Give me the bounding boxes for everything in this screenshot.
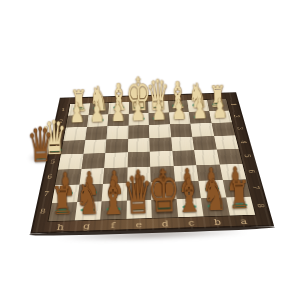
square-g7[interactable] (77, 184, 103, 202)
square-e6[interactable] (127, 166, 151, 183)
square-e3[interactable] (128, 125, 149, 139)
square-e1[interactable] (128, 102, 148, 114)
square-h3[interactable] (63, 127, 86, 141)
square-b3[interactable] (190, 123, 213, 136)
square-d3[interactable] (149, 124, 171, 138)
rank-label-right-5: 5 (235, 151, 260, 161)
square-g6[interactable] (79, 168, 104, 185)
rank-label-left-1: 1 (56, 104, 70, 116)
chess-board: hgfedcba 12345678 12345678 (30, 92, 274, 234)
square-f5[interactable] (104, 152, 127, 168)
square-f6[interactable] (103, 167, 127, 184)
square-b2[interactable] (189, 111, 211, 124)
square-d4[interactable] (149, 137, 172, 151)
rank-label-left-6: 6 (41, 169, 58, 185)
square-d6[interactable] (150, 166, 174, 183)
file-label-b: b (204, 216, 232, 227)
file-label-c: c (178, 217, 205, 228)
square-h1[interactable] (68, 103, 90, 115)
square-f7[interactable] (102, 183, 127, 201)
rank-label-left-3: 3 (50, 128, 65, 141)
square-c8[interactable] (176, 198, 203, 217)
square-g1[interactable] (88, 103, 109, 115)
square-h7[interactable] (52, 185, 79, 203)
square-f2[interactable] (107, 113, 128, 126)
rank-label-right-2: 2 (226, 112, 248, 120)
file-label-d: d (152, 218, 179, 229)
square-h8[interactable] (48, 202, 76, 221)
file-label-a: a (229, 215, 257, 226)
rank-label-right-1: 1 (223, 101, 245, 108)
square-c5[interactable] (172, 150, 196, 165)
square-h5[interactable] (58, 154, 83, 170)
square-g4[interactable] (83, 139, 106, 154)
square-h2[interactable] (66, 115, 88, 128)
rank-label-left-4: 4 (47, 141, 63, 155)
file-label-g: g (73, 220, 100, 231)
square-c3[interactable] (170, 124, 193, 138)
square-c1[interactable] (168, 100, 189, 112)
square-d8[interactable] (151, 199, 177, 218)
square-g2[interactable] (87, 114, 109, 127)
square-b8[interactable] (201, 197, 229, 216)
square-e2[interactable] (128, 113, 149, 126)
rank-label-right-4: 4 (232, 137, 256, 146)
board-squares (48, 99, 255, 221)
square-b5[interactable] (194, 150, 219, 165)
square-b7[interactable] (198, 180, 225, 198)
square-c7[interactable] (175, 181, 201, 199)
square-b6[interactable] (196, 164, 222, 181)
square-g3[interactable] (85, 126, 107, 140)
rank-label-right-3: 3 (228, 124, 251, 132)
square-b1[interactable] (187, 100, 209, 112)
square-d1[interactable] (148, 101, 168, 113)
rank-label-left-2: 2 (53, 115, 68, 128)
square-c2[interactable] (169, 112, 191, 125)
square-g8[interactable] (74, 201, 101, 220)
chess-set-photo: hgfedcba 12345678 12345678 ♜♞♝♛♚♝♞♜♟♟♟♟♟… (0, 0, 300, 300)
square-d5[interactable] (150, 151, 173, 166)
square-h4[interactable] (61, 140, 85, 155)
square-g5[interactable] (81, 153, 105, 169)
square-e5[interactable] (127, 152, 150, 168)
square-f1[interactable] (108, 102, 128, 114)
square-b4[interactable] (192, 136, 216, 150)
square-e4[interactable] (128, 138, 150, 152)
rank-label-right-6: 6 (238, 166, 264, 176)
square-f3[interactable] (106, 126, 128, 140)
square-f4[interactable] (105, 138, 128, 153)
rank-label-right-8: 8 (246, 199, 274, 211)
file-label-h: h (46, 221, 74, 232)
square-h6[interactable] (55, 169, 81, 186)
square-c4[interactable] (171, 136, 194, 150)
square-d7[interactable] (151, 182, 176, 200)
square-c6[interactable] (173, 165, 198, 182)
square-e7[interactable] (126, 182, 151, 200)
rank-label-left-5: 5 (44, 154, 61, 169)
file-label-f: f (99, 220, 126, 231)
square-d2[interactable] (149, 112, 170, 125)
square-e8[interactable] (126, 199, 152, 218)
square-f8[interactable] (100, 200, 126, 219)
rank-label-right-7: 7 (242, 182, 269, 193)
file-label-e: e (126, 219, 152, 230)
scene: hgfedcba 12345678 12345678 ♜♞♝♛♚♝♞♜♟♟♟♟♟… (0, 0, 300, 300)
